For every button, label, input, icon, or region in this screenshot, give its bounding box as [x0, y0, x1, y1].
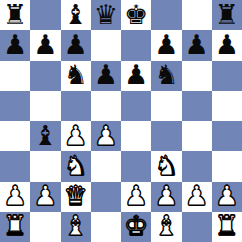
square-d8[interactable]: ♛: [91, 0, 121, 30]
square-g1[interactable]: [182, 212, 212, 242]
square-d1[interactable]: [91, 212, 121, 242]
piece-white-bishop[interactable]: ♝: [64, 212, 88, 239]
square-a5[interactable]: [0, 91, 30, 121]
piece-white-pawn[interactable]: ♟: [94, 122, 118, 149]
square-e4[interactable]: [121, 121, 151, 151]
square-f3[interactable]: ♞: [151, 151, 181, 181]
piece-white-rook[interactable]: ♜: [3, 212, 27, 239]
piece-white-pawn[interactable]: ♟: [215, 182, 239, 209]
piece-white-king[interactable]: ♚: [124, 212, 148, 239]
square-g6[interactable]: [182, 61, 212, 91]
square-e8[interactable]: ♚: [121, 0, 151, 30]
piece-black-pawn[interactable]: ♟: [94, 61, 118, 88]
square-d2[interactable]: [91, 182, 121, 212]
square-e7[interactable]: [121, 30, 151, 60]
piece-black-rook[interactable]: ♜: [3, 1, 27, 28]
square-b6[interactable]: [30, 61, 60, 91]
square-h4[interactable]: [212, 121, 242, 151]
piece-white-pawn[interactable]: ♟: [3, 182, 27, 209]
square-a2[interactable]: ♟: [0, 182, 30, 212]
square-f4[interactable]: [151, 121, 181, 151]
square-h2[interactable]: ♟: [212, 182, 242, 212]
square-d3[interactable]: [91, 151, 121, 181]
square-b2[interactable]: ♟: [30, 182, 60, 212]
chess-board: ♜♝♛♚♜♟♟♟♟♟♟♞♟♟♞♝♟♟♞♞♟♟♛♟♟♟♟♜♝♚♝♜: [0, 0, 242, 242]
piece-white-pawn[interactable]: ♟: [185, 182, 209, 209]
square-c4[interactable]: ♟: [61, 121, 91, 151]
piece-black-pawn[interactable]: ♟: [185, 31, 209, 58]
square-g7[interactable]: ♟: [182, 30, 212, 60]
piece-black-bishop[interactable]: ♝: [33, 122, 57, 149]
piece-black-pawn[interactable]: ♟: [215, 31, 239, 58]
square-b3[interactable]: [30, 151, 60, 181]
square-c8[interactable]: ♝: [61, 0, 91, 30]
square-g5[interactable]: [182, 91, 212, 121]
piece-white-pawn[interactable]: ♟: [33, 182, 57, 209]
square-e6[interactable]: ♟: [121, 61, 151, 91]
square-f5[interactable]: [151, 91, 181, 121]
piece-white-rook[interactable]: ♜: [215, 212, 239, 239]
square-c5[interactable]: [61, 91, 91, 121]
square-b1[interactable]: [30, 212, 60, 242]
square-g8[interactable]: [182, 0, 212, 30]
piece-black-knight[interactable]: ♞: [154, 61, 178, 88]
piece-white-pawn[interactable]: ♟: [124, 182, 148, 209]
square-e5[interactable]: [121, 91, 151, 121]
square-f8[interactable]: [151, 0, 181, 30]
square-a7[interactable]: ♟: [0, 30, 30, 60]
piece-black-knight[interactable]: ♞: [64, 61, 88, 88]
square-c3[interactable]: ♞: [61, 151, 91, 181]
piece-white-knight[interactable]: ♞: [154, 152, 178, 179]
square-h5[interactable]: [212, 91, 242, 121]
square-f2[interactable]: ♟: [151, 182, 181, 212]
piece-black-pawn[interactable]: ♟: [33, 31, 57, 58]
square-h3[interactable]: [212, 151, 242, 181]
square-a8[interactable]: ♜: [0, 0, 30, 30]
piece-black-pawn[interactable]: ♟: [64, 31, 88, 58]
square-g3[interactable]: [182, 151, 212, 181]
piece-black-bishop[interactable]: ♝: [64, 1, 88, 28]
square-e2[interactable]: ♟: [121, 182, 151, 212]
square-c6[interactable]: ♞: [61, 61, 91, 91]
square-h8[interactable]: ♜: [212, 0, 242, 30]
square-h7[interactable]: ♟: [212, 30, 242, 60]
piece-black-king[interactable]: ♚: [124, 1, 148, 28]
piece-white-knight[interactable]: ♞: [64, 152, 88, 179]
piece-white-pawn[interactable]: ♟: [64, 122, 88, 149]
piece-black-pawn[interactable]: ♟: [3, 31, 27, 58]
square-f1[interactable]: ♝: [151, 212, 181, 242]
square-h6[interactable]: [212, 61, 242, 91]
piece-white-bishop[interactable]: ♝: [154, 212, 178, 239]
square-c1[interactable]: ♝: [61, 212, 91, 242]
square-d7[interactable]: [91, 30, 121, 60]
square-g2[interactable]: ♟: [182, 182, 212, 212]
square-b4[interactable]: ♝: [30, 121, 60, 151]
piece-white-queen[interactable]: ♛: [64, 182, 88, 209]
square-a3[interactable]: [0, 151, 30, 181]
square-f6[interactable]: ♞: [151, 61, 181, 91]
square-b8[interactable]: [30, 0, 60, 30]
piece-black-queen[interactable]: ♛: [94, 1, 118, 28]
square-g4[interactable]: [182, 121, 212, 151]
square-d4[interactable]: ♟: [91, 121, 121, 151]
square-c7[interactable]: ♟: [61, 30, 91, 60]
square-a4[interactable]: [0, 121, 30, 151]
square-d6[interactable]: ♟: [91, 61, 121, 91]
square-h1[interactable]: ♜: [212, 212, 242, 242]
piece-black-rook[interactable]: ♜: [215, 1, 239, 28]
square-f7[interactable]: ♟: [151, 30, 181, 60]
piece-black-pawn[interactable]: ♟: [124, 61, 148, 88]
square-d5[interactable]: [91, 91, 121, 121]
square-c2[interactable]: ♛: [61, 182, 91, 212]
square-a6[interactable]: [0, 61, 30, 91]
piece-white-pawn[interactable]: ♟: [154, 182, 178, 209]
square-b5[interactable]: [30, 91, 60, 121]
square-e1[interactable]: ♚: [121, 212, 151, 242]
square-e3[interactable]: [121, 151, 151, 181]
square-b7[interactable]: ♟: [30, 30, 60, 60]
piece-black-pawn[interactable]: ♟: [154, 31, 178, 58]
square-a1[interactable]: ♜: [0, 212, 30, 242]
